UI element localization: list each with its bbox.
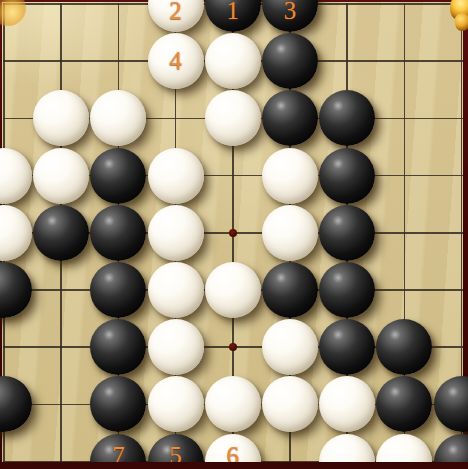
stone-black xyxy=(376,319,432,375)
stone-white xyxy=(205,262,261,318)
board-cell xyxy=(433,90,468,147)
board-cell xyxy=(433,204,468,261)
stone-black xyxy=(90,319,146,375)
board-cell xyxy=(319,376,376,433)
board-cell: 1 xyxy=(204,0,261,33)
board-cell xyxy=(204,261,261,318)
board-cell xyxy=(319,319,376,376)
board-cell xyxy=(33,147,90,204)
stone-white xyxy=(148,376,204,432)
stone-white xyxy=(205,376,261,432)
board-cell xyxy=(204,33,261,90)
board-cell xyxy=(204,376,261,433)
stone-black xyxy=(90,376,146,432)
board-cell xyxy=(261,204,318,261)
board-cell: 5 xyxy=(147,433,204,462)
go-board[interactable]: 2134756 xyxy=(0,0,468,462)
stone-black xyxy=(0,262,32,318)
board-cell xyxy=(33,204,90,261)
stone-black xyxy=(319,262,375,318)
board-cell xyxy=(204,147,261,204)
board-cell xyxy=(261,90,318,147)
board-cell xyxy=(319,204,376,261)
board-cell xyxy=(33,90,90,147)
gold-ornament-decoration xyxy=(448,0,468,36)
board-cell xyxy=(261,33,318,90)
board-cell xyxy=(319,90,376,147)
stone-black xyxy=(319,319,375,375)
move-number-label: 1 xyxy=(205,0,261,39)
board-cell xyxy=(147,90,204,147)
board-cell: 3 xyxy=(261,0,318,33)
stone-white xyxy=(205,90,261,146)
board-cell xyxy=(433,147,468,204)
board-cell xyxy=(90,204,147,261)
board-cell xyxy=(0,204,33,261)
board-cell xyxy=(204,204,261,261)
stone-white xyxy=(90,90,146,146)
move-number-label: 5 xyxy=(148,428,204,463)
board-cell xyxy=(90,0,147,33)
stone-white xyxy=(319,434,375,463)
stone-black xyxy=(262,90,318,146)
board-cell xyxy=(376,90,433,147)
board-cell xyxy=(376,261,433,318)
stone-white xyxy=(262,205,318,261)
board-cell xyxy=(433,33,468,90)
board-cell xyxy=(261,261,318,318)
board-cell xyxy=(0,261,33,318)
stone-black xyxy=(0,376,32,432)
board-cell xyxy=(147,204,204,261)
board-cell xyxy=(0,33,33,90)
board-cell xyxy=(433,319,468,376)
stone-white xyxy=(319,376,375,432)
board-cell xyxy=(33,0,90,33)
board-cell xyxy=(33,433,90,462)
stone-white xyxy=(262,319,318,375)
board-cell xyxy=(147,376,204,433)
board-cell xyxy=(33,33,90,90)
board-cell xyxy=(319,0,376,33)
board-cell xyxy=(261,147,318,204)
stone-white xyxy=(148,262,204,318)
stone-white xyxy=(376,434,432,463)
gold-ornament-bottom-icon xyxy=(454,12,468,32)
board-cell xyxy=(33,376,90,433)
board-cell xyxy=(376,319,433,376)
stone-white xyxy=(0,148,32,204)
board-cell xyxy=(319,433,376,462)
board-cell xyxy=(319,147,376,204)
board-cell xyxy=(319,261,376,318)
board-cell: 2 xyxy=(147,0,204,33)
board-cell xyxy=(33,319,90,376)
board-cell: 6 xyxy=(204,433,261,462)
board-cell xyxy=(90,33,147,90)
stone-white xyxy=(0,205,32,261)
stone-black xyxy=(319,90,375,146)
board-cell xyxy=(261,376,318,433)
board-cell xyxy=(0,90,33,147)
stone-black xyxy=(319,148,375,204)
board-cell xyxy=(319,33,376,90)
board-cell xyxy=(204,319,261,376)
stone-black xyxy=(434,376,468,432)
board-cell xyxy=(0,433,33,462)
stone-white xyxy=(148,148,204,204)
board-cell xyxy=(204,90,261,147)
board-cell xyxy=(90,147,147,204)
board-cell xyxy=(90,319,147,376)
board-cell: 7 xyxy=(90,433,147,462)
board-cell xyxy=(90,376,147,433)
board-cell xyxy=(90,261,147,318)
stone-white xyxy=(148,319,204,375)
stone-black xyxy=(90,205,146,261)
board-cell xyxy=(376,33,433,90)
board-cell xyxy=(433,261,468,318)
board-cell xyxy=(147,261,204,318)
board-cell xyxy=(261,319,318,376)
board-cell xyxy=(376,204,433,261)
board-cell xyxy=(376,0,433,33)
board-cell xyxy=(0,376,33,433)
stone-white xyxy=(262,376,318,432)
board-cell xyxy=(376,433,433,462)
board-cell xyxy=(147,147,204,204)
board-cell xyxy=(433,433,468,462)
stone-black xyxy=(90,148,146,204)
stone-white xyxy=(148,205,204,261)
move-number-label: 3 xyxy=(262,0,318,39)
board-cell xyxy=(33,261,90,318)
stone-white xyxy=(33,148,89,204)
board-frame: 2134756 xyxy=(0,0,468,469)
stone-white xyxy=(33,90,89,146)
stone-black xyxy=(262,33,318,89)
move-number-label: 4 xyxy=(148,33,204,89)
board-cell xyxy=(147,319,204,376)
stone-white xyxy=(205,33,261,89)
board-cell xyxy=(90,90,147,147)
board-cell xyxy=(376,147,433,204)
board-cell xyxy=(376,376,433,433)
stone-black xyxy=(90,262,146,318)
board-cell xyxy=(261,433,318,462)
stone-black xyxy=(262,262,318,318)
move-number-label: 7 xyxy=(90,428,146,463)
move-number-label: 6 xyxy=(205,428,261,463)
stone-black xyxy=(376,376,432,432)
stone-white xyxy=(262,148,318,204)
board-cell xyxy=(433,376,468,433)
stone-black xyxy=(33,205,89,261)
stone-black xyxy=(434,434,468,463)
board-cell: 4 xyxy=(147,33,204,90)
board-cell xyxy=(0,319,33,376)
stones-grid: 2134756 xyxy=(0,0,468,462)
stone-black xyxy=(319,205,375,261)
board-cell xyxy=(0,147,33,204)
